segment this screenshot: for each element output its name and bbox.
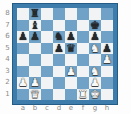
file-labels: abcdefgh [17,104,113,113]
file-label-a: a [17,104,29,113]
piece-black-pawn: ♟ [53,43,65,55]
square-a5[interactable] [17,43,29,55]
square-f7[interactable] [77,20,89,32]
file-label-d: d [53,104,65,113]
piece-white-knight: ♞ [89,66,101,78]
square-g8[interactable] [89,8,101,20]
square-d8[interactable] [53,8,65,20]
square-a1[interactable] [17,89,29,101]
square-h4[interactable]: ♟ [101,54,113,66]
square-c7[interactable] [41,20,53,32]
rank-label-4: 4 [3,54,12,66]
rank-labels: 87654321 [3,8,12,100]
piece-white-pawn: ♟ [17,77,29,89]
square-a8[interactable] [17,8,29,20]
piece-black-pawn: ♟ [89,31,101,43]
piece-white-pawn: ♟ [65,66,77,78]
file-label-h: h [101,104,113,113]
square-d3[interactable] [53,66,65,78]
square-d2[interactable] [53,77,65,89]
square-h2[interactable] [101,77,113,89]
square-h6[interactable] [101,31,113,43]
piece-white-pawn: ♟ [29,77,41,89]
piece-black-pawn: ♟ [29,31,41,43]
square-f8[interactable] [77,8,89,20]
chess-diagram: 87654321 ♜♝♚♟♟♞♟♟♟♛♞♟♟♟♞♟♟♟♛♜♚ abcdefgh [0,0,131,114]
square-f6[interactable] [77,31,89,43]
piece-white-pawn: ♟ [89,77,101,89]
square-e3[interactable]: ♟ [65,66,77,78]
rank-label-7: 7 [3,20,12,32]
rank-label-6: 6 [3,31,12,43]
square-e7[interactable] [65,20,77,32]
square-f3[interactable] [77,66,89,78]
file-label-f: f [77,104,89,113]
piece-black-pawn: ♟ [101,43,113,55]
square-e2[interactable] [65,77,77,89]
square-c3[interactable] [41,66,53,78]
square-d6[interactable]: ♞ [53,31,65,43]
piece-white-king: ♚ [89,89,101,101]
piece-black-queen: ♛ [65,43,77,55]
square-e5[interactable]: ♛ [65,43,77,55]
square-e8[interactable] [65,8,77,20]
square-e1[interactable] [65,89,77,101]
square-b7[interactable]: ♝ [29,20,41,32]
square-h8[interactable] [101,8,113,20]
rank-label-1: 1 [3,89,12,101]
square-e4[interactable] [65,54,77,66]
square-c5[interactable] [41,43,53,55]
square-g6[interactable]: ♟ [89,31,101,43]
square-g7[interactable]: ♚ [89,20,101,32]
piece-black-pawn: ♟ [17,31,29,43]
square-h5[interactable]: ♟ [101,43,113,55]
square-c1[interactable] [41,89,53,101]
rank-label-5: 5 [3,43,12,55]
square-d5[interactable]: ♟ [53,43,65,55]
square-c6[interactable] [41,31,53,43]
file-label-g: g [89,104,101,113]
piece-black-pawn: ♟ [65,31,77,43]
piece-white-knight: ♞ [89,43,101,55]
square-h1[interactable] [101,89,113,101]
square-g1[interactable]: ♚ [89,89,101,101]
rank-label-3: 3 [3,66,12,78]
square-b4[interactable] [29,54,41,66]
square-c4[interactable] [41,54,53,66]
piece-black-bishop: ♝ [29,20,41,32]
square-b6[interactable]: ♟ [29,31,41,43]
square-g2[interactable]: ♟ [89,77,101,89]
square-g4[interactable] [89,54,101,66]
square-b2[interactable]: ♟ [29,77,41,89]
square-d7[interactable] [53,20,65,32]
file-label-b: b [29,104,41,113]
square-e6[interactable]: ♟ [65,31,77,43]
square-f4[interactable] [77,54,89,66]
rank-label-8: 8 [3,8,12,20]
square-b3[interactable] [29,66,41,78]
chess-board: ♜♝♚♟♟♞♟♟♟♛♞♟♟♟♞♟♟♟♛♜♚ [17,8,113,100]
file-label-c: c [41,104,53,113]
square-b5[interactable] [29,43,41,55]
piece-black-knight: ♞ [53,31,65,43]
board-frame: ♜♝♚♟♟♞♟♟♟♛♞♟♟♟♞♟♟♟♛♜♚ [13,4,117,104]
square-a2[interactable]: ♟ [17,77,29,89]
square-h3[interactable] [101,66,113,78]
square-c2[interactable] [41,77,53,89]
square-h7[interactable] [101,20,113,32]
square-d1[interactable] [53,89,65,101]
piece-black-rook: ♜ [29,8,41,20]
square-a4[interactable] [17,54,29,66]
piece-black-king: ♚ [89,20,101,32]
square-f1[interactable]: ♜ [77,89,89,101]
piece-white-pawn: ♟ [101,54,113,66]
file-label-e: e [65,104,77,113]
square-a7[interactable] [17,20,29,32]
square-c8[interactable] [41,8,53,20]
square-b1[interactable]: ♛ [29,89,41,101]
square-d4[interactable] [53,54,65,66]
piece-white-rook: ♜ [77,89,89,101]
square-g3[interactable]: ♞ [89,66,101,78]
piece-white-queen: ♛ [29,89,41,101]
square-a6[interactable]: ♟ [17,31,29,43]
square-f5[interactable] [77,43,89,55]
square-b8[interactable]: ♜ [29,8,41,20]
rank-label-2: 2 [3,77,12,89]
square-a3[interactable] [17,66,29,78]
square-f2[interactable] [77,77,89,89]
square-g5[interactable]: ♞ [89,43,101,55]
